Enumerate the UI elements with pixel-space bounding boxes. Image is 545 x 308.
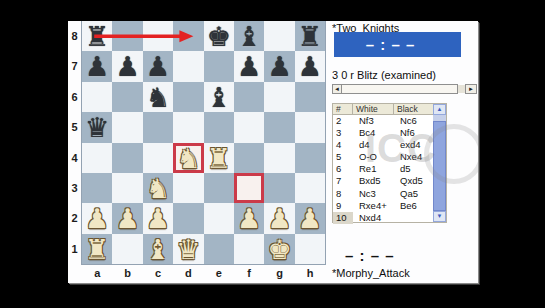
rank-label-3: 3: [68, 182, 81, 194]
square-h7[interactable]: ♟: [295, 51, 325, 81]
black-pawn: ♟: [82, 51, 112, 81]
move-number-cell: 9: [333, 200, 353, 212]
white-move-cell[interactable]: Bc4: [353, 127, 394, 139]
file-label-d: d: [173, 267, 203, 279]
square-c6[interactable]: ♞: [143, 82, 173, 112]
rank-label-6: 6: [68, 91, 81, 103]
square-d1[interactable]: ♛: [173, 234, 203, 264]
white-knight: ♞: [173, 143, 203, 173]
square-f6[interactable]: [234, 82, 264, 112]
square-a5[interactable]: ♛: [82, 112, 112, 142]
black-pawn: ♟: [234, 51, 264, 81]
move-row: 3Bc4Nf6: [333, 127, 434, 139]
black-pawn: ♟: [264, 51, 294, 81]
square-g3[interactable]: [264, 173, 294, 203]
square-g7[interactable]: ♟: [264, 51, 294, 81]
square-b7[interactable]: ♟: [112, 51, 142, 81]
rank-label-2: 2: [68, 212, 81, 224]
square-e5[interactable]: [204, 112, 234, 142]
square-a4[interactable]: [82, 143, 112, 173]
black-move-cell[interactable]: Be6: [394, 200, 434, 212]
info-panel: *Two_Knights – : – – 3 0 r Blitz (examin…: [332, 21, 478, 283]
rank-label-1: 1: [68, 243, 81, 255]
game-type-label: 3 0 r Blitz (examined): [332, 69, 436, 81]
file-label-c: c: [143, 267, 173, 279]
move-list: #WhiteBlack 2Nf3Nc63Bc4Nf64d4exd45O-ONxe…: [332, 103, 447, 223]
white-move-cell[interactable]: d4: [353, 139, 394, 151]
square-d3[interactable]: [173, 173, 203, 203]
square-b3[interactable]: [112, 173, 142, 203]
white-queen: ♛: [173, 234, 203, 264]
move-row: 5O-ONxe4: [333, 151, 434, 163]
square-e3[interactable]: [204, 173, 234, 203]
move-number-cell: 3: [333, 127, 353, 139]
hscroll-track[interactable]: [458, 85, 465, 93]
square-c4[interactable]: [143, 143, 173, 173]
move-row: 4d4exd4: [333, 139, 434, 151]
square-a3[interactable]: [82, 173, 112, 203]
square-b4[interactable]: [112, 143, 142, 173]
square-f2[interactable]: ♟: [234, 203, 264, 233]
square-g4[interactable]: [264, 143, 294, 173]
black-bishop: ♝: [234, 21, 264, 51]
square-a2[interactable]: ♟: [82, 203, 112, 233]
black-move-cell[interactable]: Nc6: [394, 115, 434, 127]
white-knight: ♞: [143, 173, 173, 203]
move-number-cell: 7: [333, 175, 353, 187]
scroll-right-icon[interactable]: ►: [465, 84, 477, 94]
move-row: 2Nf3Nc6: [333, 115, 434, 127]
player-name-bottom: *Morphy_Attack: [332, 267, 410, 279]
square-e1[interactable]: [204, 234, 234, 264]
file-label-a: a: [82, 267, 112, 279]
white-king: ♚: [264, 234, 294, 264]
square-d2[interactable]: [173, 203, 203, 233]
square-b1[interactable]: [112, 234, 142, 264]
file-label-g: g: [264, 267, 294, 279]
square-b6[interactable]: [112, 82, 142, 112]
square-f5[interactable]: [234, 112, 264, 142]
white-pawn: ♟: [82, 203, 112, 233]
square-c3[interactable]: ♞: [143, 173, 173, 203]
square-d4[interactable]: ♞: [173, 143, 203, 173]
black-move-cell[interactable]: Nxe4: [394, 151, 434, 163]
square-h4[interactable]: [295, 143, 325, 173]
white-pawn: ♟: [143, 203, 173, 233]
rank-label-7: 7: [68, 60, 81, 72]
black-move-cell[interactable]: [394, 212, 434, 224]
white-pawn: ♟: [295, 203, 325, 233]
square-h2[interactable]: ♟: [295, 203, 325, 233]
move-row: 9Rxe4+Be6: [333, 200, 434, 212]
square-h3[interactable]: [295, 173, 325, 203]
square-b5[interactable]: [112, 112, 142, 142]
file-label-h: h: [295, 267, 325, 279]
square-g1[interactable]: ♚: [264, 234, 294, 264]
white-move-cell[interactable]: O-O: [353, 151, 394, 163]
square-a1[interactable]: ♜: [82, 234, 112, 264]
square-g8[interactable]: [264, 21, 294, 51]
scroll-left-icon[interactable]: ◄: [332, 84, 342, 94]
white-move-cell[interactable]: Re1: [353, 163, 394, 175]
square-f7[interactable]: ♟: [234, 51, 264, 81]
square-g6[interactable]: [264, 82, 294, 112]
chess-board: ♜♚♝♜♟♟♟♟♟♟♞♝♛♞♜♞♟♟♟♟♟♟♜♝♛♚: [82, 21, 325, 264]
file-label-f: f: [234, 267, 264, 279]
move-row: 10Nxd4: [333, 212, 434, 224]
black-pawn: ♟: [112, 51, 142, 81]
move-number-cell: 8: [333, 188, 353, 200]
rank-label-8: 8: [68, 30, 81, 42]
white-bishop: ♝: [143, 234, 173, 264]
move-number-cell: 2: [333, 115, 353, 127]
file-label-b: b: [112, 267, 142, 279]
move-number-cell: 10: [333, 212, 353, 224]
white-rook: ♜: [204, 143, 234, 173]
white-rook: ♜: [82, 234, 112, 264]
black-pawn: ♟: [143, 51, 173, 81]
move-row: 6Re1d5: [333, 163, 434, 175]
black-knight: ♞: [143, 82, 173, 112]
square-g2[interactable]: ♟: [264, 203, 294, 233]
black-move-cell[interactable]: exd4: [394, 139, 434, 151]
square-f3[interactable]: [234, 173, 264, 203]
black-move-cell[interactable]: Nf6: [394, 127, 434, 139]
square-h6[interactable]: [295, 82, 325, 112]
black-move-cell[interactable]: Qa5: [394, 188, 434, 200]
move-header-num: #: [333, 104, 353, 115]
rank-label-5: 5: [68, 121, 81, 133]
black-pawn: ♟: [295, 51, 325, 81]
square-e6[interactable]: ♝: [204, 82, 234, 112]
square-f4[interactable]: [234, 143, 264, 173]
vertical-scrollbar[interactable]: ▲ ▼: [433, 104, 446, 222]
square-e2[interactable]: [204, 203, 234, 233]
white-move-cell[interactable]: Rxe4+: [353, 200, 394, 212]
square-e8[interactable]: ♚: [204, 21, 234, 51]
square-c8[interactable]: [143, 21, 173, 51]
square-b8[interactable]: [112, 21, 142, 51]
clock-top: – : – –: [334, 32, 461, 57]
move-row: 8Nc3Qa5: [333, 188, 434, 200]
hscroll-thumb[interactable]: [342, 84, 458, 94]
horizontal-scrollbar[interactable]: ◄ ►: [332, 84, 477, 94]
white-move-cell[interactable]: Bxd5: [353, 175, 394, 187]
black-king: ♚: [204, 21, 234, 51]
move-list-rows: 2Nf3Nc63Bc4Nf64d4exd45O-ONxe46Re1d57Bxd5…: [333, 115, 434, 224]
black-rook: ♜: [295, 21, 325, 51]
square-h5[interactable]: [295, 112, 325, 142]
black-queen: ♛: [82, 112, 112, 142]
move-number-cell: 4: [333, 139, 353, 151]
clock-bottom: – : – –: [345, 247, 395, 264]
square-d7[interactable]: [173, 51, 203, 81]
white-move-cell[interactable]: Nc3: [353, 188, 394, 200]
white-pawn: ♟: [234, 203, 264, 233]
square-f1[interactable]: [234, 234, 264, 264]
square-e4[interactable]: ♜: [204, 143, 234, 173]
square-f8[interactable]: ♝: [234, 21, 264, 51]
scroll-down-icon[interactable]: ▼: [433, 211, 446, 222]
rank-label-4: 4: [68, 152, 81, 164]
game-window: 87654321 ♜♚♝♜♟♟♟♟♟♟♞♝♛♞♜♞♟♟♟♟♟♟♜♝♛♚ abcd…: [68, 21, 478, 283]
square-e7[interactable]: [204, 51, 234, 81]
square-d6[interactable]: [173, 82, 203, 112]
square-d5[interactable]: [173, 112, 203, 142]
black-rook: ♜: [82, 21, 112, 51]
square-a8[interactable]: ♜: [82, 21, 112, 51]
move-row: 7Bxd5Qxd5: [333, 175, 434, 187]
square-b2[interactable]: ♟: [112, 203, 142, 233]
black-move-cell[interactable]: Qxd5: [394, 175, 434, 187]
white-pawn: ♟: [264, 203, 294, 233]
vscroll-thumb[interactable]: [433, 121, 446, 211]
move-header-black: Black: [394, 104, 434, 115]
square-a7[interactable]: ♟: [82, 51, 112, 81]
black-move-cell[interactable]: d5: [394, 163, 434, 175]
white-pawn: ♟: [112, 203, 142, 233]
square-d8[interactable]: [173, 21, 203, 51]
square-g5[interactable]: [264, 112, 294, 142]
move-list-header: #WhiteBlack: [333, 104, 446, 115]
square-c2[interactable]: ♟: [143, 203, 173, 233]
scroll-up-icon[interactable]: ▲: [433, 104, 446, 115]
black-bishop: ♝: [204, 82, 234, 112]
square-c7[interactable]: ♟: [143, 51, 173, 81]
square-a6[interactable]: [82, 82, 112, 112]
file-label-e: e: [204, 267, 234, 279]
move-number-cell: 6: [333, 163, 353, 175]
square-c1[interactable]: ♝: [143, 234, 173, 264]
square-h1[interactable]: [295, 234, 325, 264]
square-h8[interactable]: ♜: [295, 21, 325, 51]
move-number-cell: 5: [333, 151, 353, 163]
move-header-white: White: [353, 104, 394, 115]
square-c5[interactable]: [143, 112, 173, 142]
white-move-cell[interactable]: Nxd4: [353, 212, 394, 224]
white-move-cell[interactable]: Nf3: [353, 115, 394, 127]
